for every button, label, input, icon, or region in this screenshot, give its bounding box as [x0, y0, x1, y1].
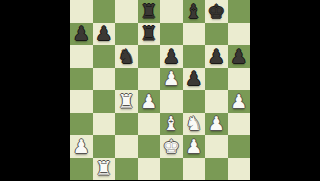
square-c5[interactable]: [115, 68, 138, 91]
square-h3[interactable]: [228, 113, 251, 136]
white-bishop-e3-piece[interactable]: ♝: [160, 113, 183, 136]
white-king-e2-piece[interactable]: ♚: [160, 135, 183, 158]
square-f4[interactable]: [183, 90, 206, 113]
square-b6[interactable]: [93, 45, 116, 68]
black-pawn-f5-piece[interactable]: ♟: [183, 68, 206, 91]
square-g4[interactable]: [205, 90, 228, 113]
square-d2[interactable]: [138, 135, 161, 158]
square-e7[interactable]: [160, 23, 183, 46]
square-c3[interactable]: [115, 113, 138, 136]
black-pawn-b7-piece[interactable]: ♟: [93, 23, 116, 46]
square-d6[interactable]: [138, 45, 161, 68]
square-f5[interactable]: ♟: [183, 68, 206, 91]
letterbox-right: [250, 0, 320, 180]
square-h4[interactable]: ♟: [228, 90, 251, 113]
white-rook-c4-piece[interactable]: ♜: [115, 90, 138, 113]
screen: ♜♝♚♟♟♜♞♟♟♟♟♟♜♟♟♝♞♟♟♚♟♜: [0, 0, 320, 180]
square-a5[interactable]: [70, 68, 93, 91]
square-c4[interactable]: ♜: [115, 90, 138, 113]
black-bishop-f8-piece[interactable]: ♝: [183, 0, 206, 23]
black-king-g8-piece[interactable]: ♚: [205, 0, 228, 23]
square-c2[interactable]: [115, 135, 138, 158]
square-g5[interactable]: [205, 68, 228, 91]
square-e6[interactable]: ♟: [160, 45, 183, 68]
square-h1[interactable]: [228, 158, 251, 181]
chess-board: ♜♝♚♟♟♜♞♟♟♟♟♟♜♟♟♝♞♟♟♚♟♜: [70, 0, 250, 180]
square-d7[interactable]: ♜: [138, 23, 161, 46]
letterbox-left: [0, 0, 70, 180]
square-c1[interactable]: [115, 158, 138, 181]
square-f2[interactable]: ♟: [183, 135, 206, 158]
white-pawn-d4-piece[interactable]: ♟: [138, 90, 161, 113]
black-pawn-e6-piece[interactable]: ♟: [160, 45, 183, 68]
square-a7[interactable]: ♟: [70, 23, 93, 46]
square-e2[interactable]: ♚: [160, 135, 183, 158]
square-g8[interactable]: ♚: [205, 0, 228, 23]
square-g7[interactable]: [205, 23, 228, 46]
square-b4[interactable]: [93, 90, 116, 113]
square-a4[interactable]: [70, 90, 93, 113]
square-b7[interactable]: ♟: [93, 23, 116, 46]
black-rook-d7-piece[interactable]: ♜: [138, 23, 161, 46]
square-h8[interactable]: [228, 0, 251, 23]
square-d1[interactable]: [138, 158, 161, 181]
square-f7[interactable]: [183, 23, 206, 46]
white-pawn-e5-piece[interactable]: ♟: [160, 68, 183, 91]
square-h7[interactable]: [228, 23, 251, 46]
square-e3[interactable]: ♝: [160, 113, 183, 136]
square-a3[interactable]: [70, 113, 93, 136]
square-f1[interactable]: [183, 158, 206, 181]
square-e1[interactable]: [160, 158, 183, 181]
square-g2[interactable]: [205, 135, 228, 158]
square-b5[interactable]: [93, 68, 116, 91]
black-pawn-h6-piece[interactable]: ♟: [228, 45, 251, 68]
black-pawn-g6-piece[interactable]: ♟: [205, 45, 228, 68]
square-f6[interactable]: [183, 45, 206, 68]
square-d3[interactable]: [138, 113, 161, 136]
square-g6[interactable]: ♟: [205, 45, 228, 68]
square-d5[interactable]: [138, 68, 161, 91]
square-e4[interactable]: [160, 90, 183, 113]
square-f3[interactable]: ♞: [183, 113, 206, 136]
white-pawn-h4-piece[interactable]: ♟: [228, 90, 251, 113]
square-a8[interactable]: [70, 0, 93, 23]
square-b2[interactable]: [93, 135, 116, 158]
square-b8[interactable]: [93, 0, 116, 23]
black-rook-d8-piece[interactable]: ♜: [138, 0, 161, 23]
square-a2[interactable]: ♟: [70, 135, 93, 158]
white-rook-b1-piece[interactable]: ♜: [93, 158, 116, 181]
square-d8[interactable]: ♜: [138, 0, 161, 23]
square-h5[interactable]: [228, 68, 251, 91]
square-c6[interactable]: ♞: [115, 45, 138, 68]
white-pawn-f2-piece[interactable]: ♟: [183, 135, 206, 158]
square-f8[interactable]: ♝: [183, 0, 206, 23]
square-c8[interactable]: [115, 0, 138, 23]
square-d4[interactable]: ♟: [138, 90, 161, 113]
square-a1[interactable]: [70, 158, 93, 181]
square-a6[interactable]: [70, 45, 93, 68]
white-pawn-g3-piece[interactable]: ♟: [205, 113, 228, 136]
black-pawn-a7-piece[interactable]: ♟: [70, 23, 93, 46]
square-b1[interactable]: ♜: [93, 158, 116, 181]
black-knight-c6-piece[interactable]: ♞: [115, 45, 138, 68]
white-knight-f3-piece[interactable]: ♞: [183, 113, 206, 136]
square-h6[interactable]: ♟: [228, 45, 251, 68]
white-pawn-a2-piece[interactable]: ♟: [70, 135, 93, 158]
square-b3[interactable]: [93, 113, 116, 136]
square-g1[interactable]: [205, 158, 228, 181]
square-c7[interactable]: [115, 23, 138, 46]
square-e5[interactable]: ♟: [160, 68, 183, 91]
square-e8[interactable]: [160, 0, 183, 23]
square-g3[interactable]: ♟: [205, 113, 228, 136]
square-h2[interactable]: [228, 135, 251, 158]
